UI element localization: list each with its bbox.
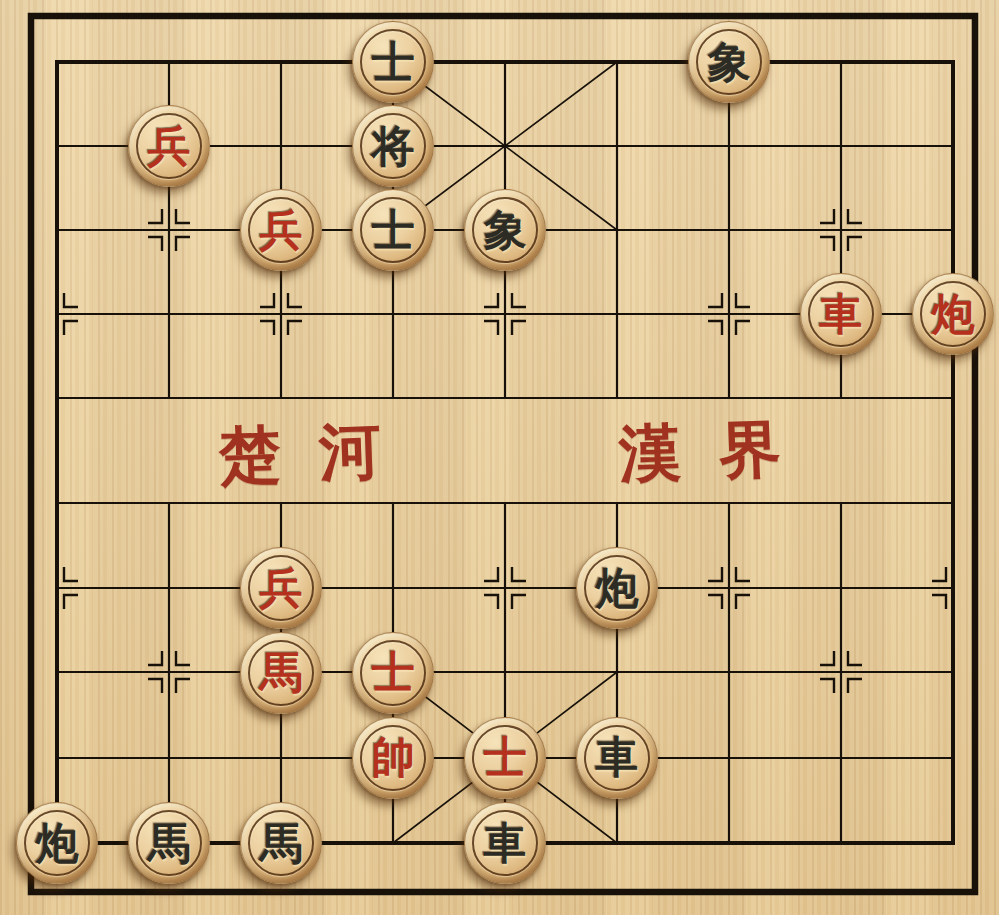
- piece-glyph: 兵: [148, 125, 191, 168]
- piece-black-horse[interactable]: 馬: [240, 802, 322, 884]
- piece-black-elephant[interactable]: 象: [688, 21, 770, 103]
- pieces-layer: 士象兵将兵士象車炮兵炮馬士帥士車炮馬馬車: [1, 20, 999, 886]
- piece-black-chariot[interactable]: 車: [576, 717, 658, 799]
- piece-red-cannon[interactable]: 炮: [912, 273, 994, 355]
- piece-glyph: 士: [372, 209, 415, 252]
- piece-black-chariot[interactable]: 車: [464, 802, 546, 884]
- piece-glyph: 帥: [372, 736, 415, 779]
- piece-glyph: 車: [820, 293, 863, 336]
- piece-red-pawn[interactable]: 兵: [240, 189, 322, 271]
- piece-black-advisor[interactable]: 士: [352, 21, 434, 103]
- piece-glyph: 士: [372, 651, 415, 694]
- piece-glyph: 馬: [148, 822, 191, 865]
- piece-black-cannon[interactable]: 炮: [16, 802, 98, 884]
- piece-glyph: 兵: [260, 567, 303, 610]
- piece-black-cannon[interactable]: 炮: [576, 547, 658, 629]
- piece-red-advisor[interactable]: 士: [464, 717, 546, 799]
- piece-glyph: 炮: [596, 567, 639, 610]
- piece-glyph: 兵: [260, 209, 303, 252]
- piece-glyph: 炮: [932, 293, 975, 336]
- piece-glyph: 将: [372, 125, 415, 168]
- piece-black-advisor[interactable]: 士: [352, 189, 434, 271]
- piece-black-elephant[interactable]: 象: [464, 189, 546, 271]
- piece-glyph: 馬: [260, 822, 303, 865]
- piece-glyph: 士: [372, 41, 415, 84]
- piece-red-general[interactable]: 帥: [352, 717, 434, 799]
- piece-glyph: 馬: [260, 651, 303, 694]
- piece-black-horse[interactable]: 馬: [128, 802, 210, 884]
- piece-red-pawn[interactable]: 兵: [128, 105, 210, 187]
- piece-glyph: 炮: [36, 822, 79, 865]
- piece-red-chariot[interactable]: 車: [800, 273, 882, 355]
- piece-glyph: 象: [484, 209, 527, 252]
- piece-black-general[interactable]: 将: [352, 105, 434, 187]
- piece-red-advisor[interactable]: 士: [352, 632, 434, 714]
- piece-glyph: 車: [596, 736, 639, 779]
- piece-glyph: 象: [708, 41, 751, 84]
- piece-red-pawn[interactable]: 兵: [240, 547, 322, 629]
- piece-glyph: 士: [484, 736, 527, 779]
- piece-red-horse[interactable]: 馬: [240, 632, 322, 714]
- xiangqi-board[interactable]: 楚河 漢界 士象兵将兵士象車炮兵炮馬士帥士車炮馬馬車: [0, 0, 999, 915]
- piece-glyph: 車: [484, 822, 527, 865]
